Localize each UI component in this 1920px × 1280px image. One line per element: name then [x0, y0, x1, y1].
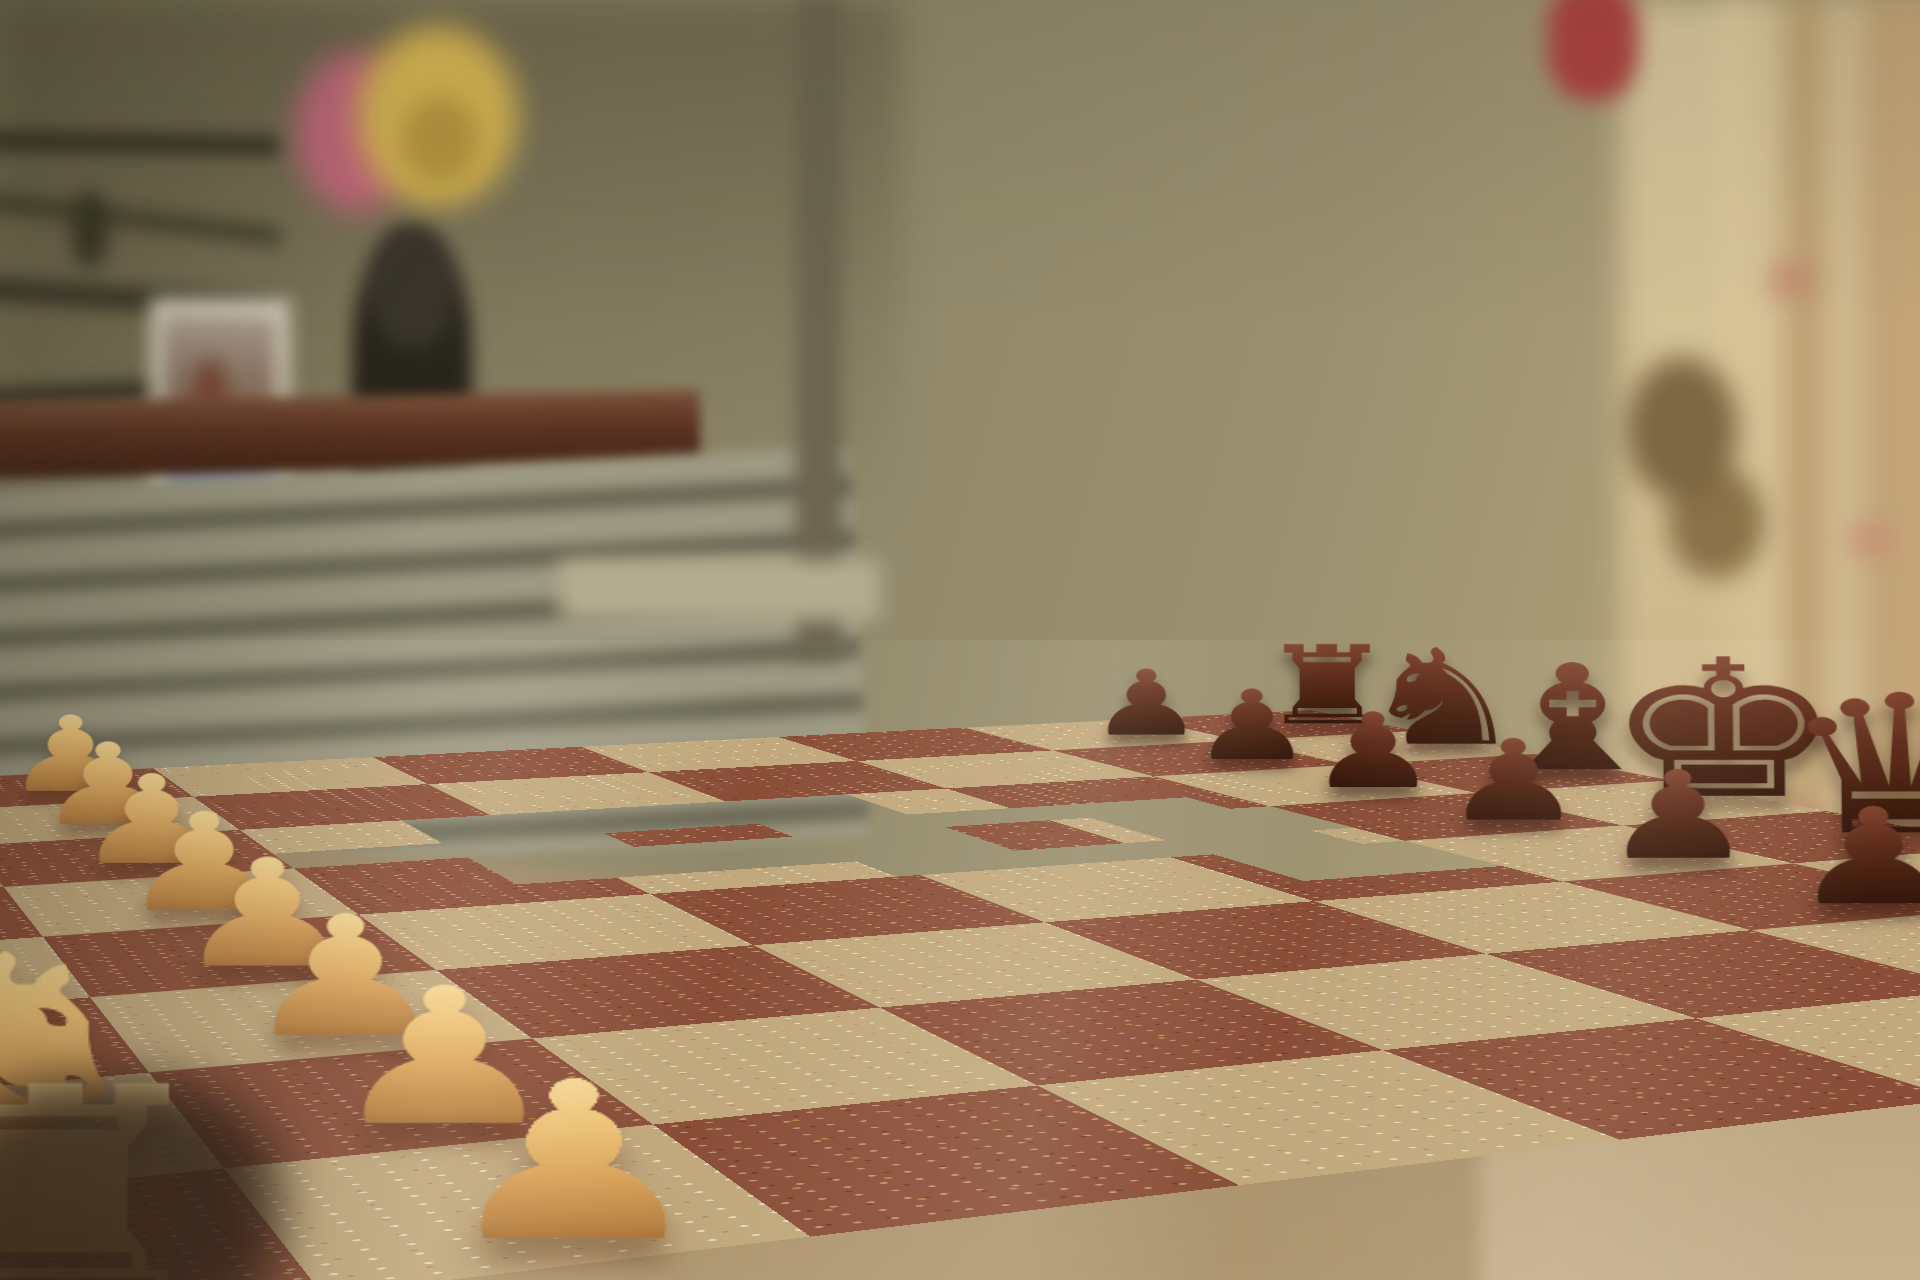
photo-scene: ♜♟♟♜♞♟♟♞♝♟♟♝♚♟♟♚♛♟♟♛♝♟♟♝♞♟♟♞♜♟♟♜ — [0, 0, 1920, 1280]
black-pawn-b7: ♟ — [1734, 839, 1920, 975]
chessboard-perspective-space: ♜♟♟♜♞♟♟♞♝♟♟♝♚♟♟♚♛♟♟♛♝♟♟♝♞♟♟♞♜♟♟♜ — [0, 0, 1920, 1280]
foreground-blur — [0, 1080, 280, 1280]
chessboard: ♜♟♟♜♞♟♟♞♝♟♟♝♚♟♟♚♛♟♟♛♝♟♟♝♞♟♟♞♜♟♟♜ — [0, 710, 1920, 1280]
